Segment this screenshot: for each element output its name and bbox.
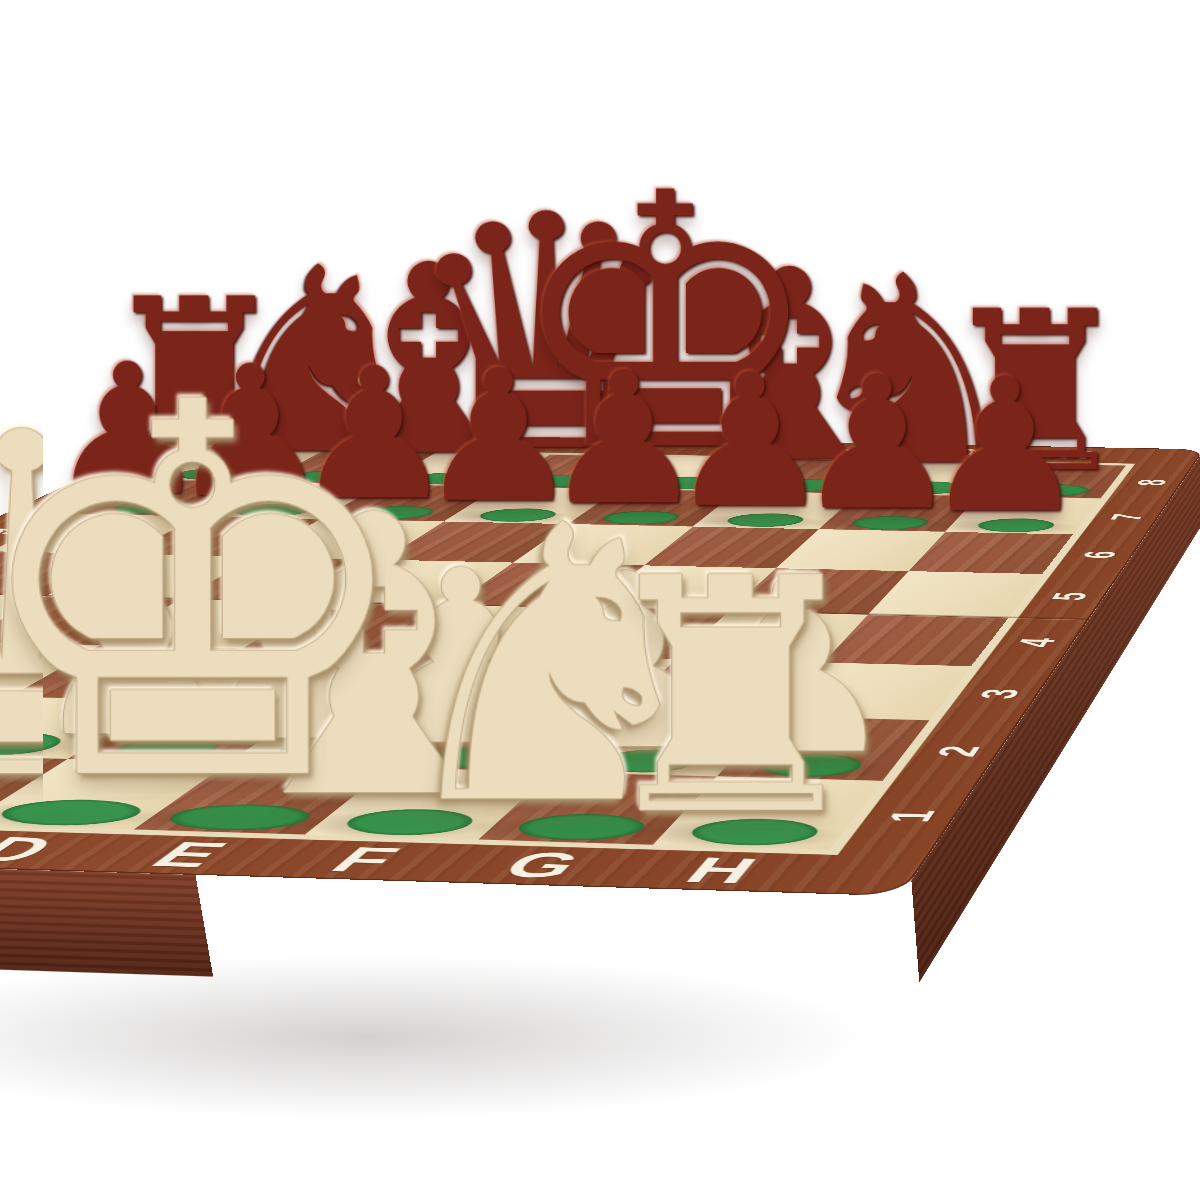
square-h1[interactable]: ♜	[653, 776, 882, 849]
piece-dark-pawn-h7[interactable]: ♟	[922, 354, 1088, 539]
box-front-face	[0, 847, 909, 999]
rank-label-right-2: 2	[923, 745, 993, 758]
brass-latch	[426, 889, 630, 990]
rank-label-right-5: 5	[1040, 592, 1098, 601]
rank-label-right-6: 6	[1072, 551, 1127, 559]
photo-viewport: ♜♞♝♛♚♝♞♜♟♟♟♟♟♟♟♟♟♟♟♟♟♟♟♟♜♞♝♛♚♝♞♜ AABBCCD…	[0, 0, 1200, 1200]
rank-label-right-8: 8	[1127, 479, 1177, 486]
rank-label-right-3: 3	[967, 688, 1033, 699]
board-grid: ♜♞♝♛♚♝♞♜♟♟♟♟♟♟♟♟♟♟♟♟♟♟♟♟♜♞♝♛♚♝♞♜	[0, 448, 1126, 849]
rank-label-right-1: 1	[874, 809, 949, 823]
chess-board: ♜♞♝♛♚♝♞♜♟♟♟♟♟♟♟♟♟♟♟♟♟♟♟♟♜♞♝♛♚♝♞♜ AABBCCD…	[0, 431, 1200, 896]
piece-light-rook-h1[interactable]: ♜	[585, 537, 875, 860]
piece-light-king-e1[interactable]: ♚	[0, 339, 422, 853]
square-e1[interactable]: ♚	[134, 763, 390, 834]
rank-label-right-4: 4	[1006, 637, 1068, 647]
rank-label-right-7: 7	[1101, 513, 1154, 521]
square-h7[interactable]: ♟	[945, 496, 1100, 534]
scene: ♜♞♝♛♚♝♞♜♟♟♟♟♟♟♟♟♟♟♟♟♟♟♟♟♜♞♝♛♚♝♞♜ AABBCCD…	[0, 0, 1200, 1200]
